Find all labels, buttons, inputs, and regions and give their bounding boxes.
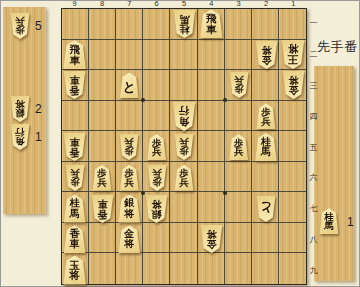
board-cell[interactable] xyxy=(252,70,279,101)
board-cell[interactable] xyxy=(252,162,279,193)
shogi-piece-gote[interactable]: 角行 xyxy=(10,124,30,150)
piece-kanji: 馬 xyxy=(70,209,80,219)
piece-kanji: 将 xyxy=(124,239,134,249)
board-cell[interactable] xyxy=(89,101,116,132)
board-cell[interactable] xyxy=(116,40,143,71)
piece-kanji: 馬 xyxy=(179,14,189,24)
board-cell[interactable] xyxy=(62,9,89,40)
file-label: 5 xyxy=(170,0,197,8)
piece-kanji: 銀 xyxy=(152,208,162,218)
shogi-piece-gote[interactable]: 歩兵 xyxy=(174,134,194,160)
piece-kanji: 車 xyxy=(70,137,80,147)
piece-kanji: 歩 xyxy=(70,177,80,187)
sente-hand-count: 1 xyxy=(347,215,354,229)
board-cell[interactable] xyxy=(116,9,143,40)
shogi-piece-sente[interactable]: 歩兵 xyxy=(174,165,194,191)
rank-label: 九 xyxy=(308,265,319,276)
piece-kanji: 兵 xyxy=(97,178,107,188)
board-cell[interactable] xyxy=(225,253,252,284)
file-label: 8 xyxy=(88,0,115,8)
shogi-piece-gote[interactable]: 金将 xyxy=(282,71,305,99)
board-cell[interactable] xyxy=(225,40,252,71)
piece-kanji: 角 xyxy=(15,137,25,147)
piece-kanji: 香 xyxy=(70,147,80,157)
board-cell[interactable] xyxy=(89,223,116,254)
piece-kanji: 金 xyxy=(261,55,271,65)
board-cell[interactable] xyxy=(143,223,170,254)
board-cell[interactable] xyxy=(62,101,89,132)
rank-label: 六 xyxy=(308,172,319,183)
piece-kanji: 将 xyxy=(261,44,271,54)
board-cell[interactable] xyxy=(279,192,306,223)
board-cell[interactable] xyxy=(170,70,197,101)
piece-kanji: 将 xyxy=(152,198,162,208)
piece-kanji: 兵 xyxy=(152,168,162,178)
piece-kanji: 金 xyxy=(288,85,298,95)
file-label: 1 xyxy=(280,0,307,8)
piece-kanji: 車 xyxy=(97,198,107,208)
shogi-piece-sente[interactable]: 桂馬 xyxy=(319,208,339,234)
shogi-piece-gote[interactable]: 金将 xyxy=(200,225,223,253)
board-cell[interactable] xyxy=(225,223,252,254)
shogi-piece-gote[interactable]: 王将 xyxy=(281,40,305,69)
board-cell[interactable] xyxy=(116,101,143,132)
board-cell[interactable] xyxy=(279,131,306,162)
shogi-piece-gote[interactable]: 金将 xyxy=(255,41,278,69)
shogi-piece-sente[interactable]: と xyxy=(119,72,139,98)
board-cell[interactable] xyxy=(89,70,116,101)
piece-kanji: 馬 xyxy=(324,221,334,231)
file-label: 6 xyxy=(143,0,170,8)
rank-label: 七 xyxy=(308,203,319,214)
board-cell[interactable] xyxy=(116,253,143,284)
piece-kanji: 兵 xyxy=(70,168,80,178)
piece-kanji: 金 xyxy=(206,239,216,249)
gote-hand-count: 1 xyxy=(35,130,42,144)
piece-kanji: 兵 xyxy=(261,117,271,127)
piece-kanji: 王 xyxy=(288,54,299,65)
board-cell[interactable] xyxy=(225,101,252,132)
piece-kanji: 歩 xyxy=(234,85,244,95)
piece-kanji: 兵 xyxy=(15,16,25,26)
board-cell[interactable] xyxy=(279,223,306,254)
board-cell[interactable] xyxy=(279,101,306,132)
shogi-piece-gote[interactable]: 歩兵 xyxy=(10,13,30,39)
shogi-piece-sente[interactable]: 歩兵 xyxy=(147,134,167,160)
shogi-piece-sente[interactable]: 歩兵 xyxy=(92,165,112,191)
board-cell[interactable] xyxy=(89,40,116,71)
shogi-piece-sente[interactable]: 歩兵 xyxy=(119,165,139,191)
piece-kanji: 兵 xyxy=(234,147,244,157)
file-label: 2 xyxy=(252,0,279,8)
piece-kanji: 歩 xyxy=(125,147,135,157)
shogi-app: 先手番 987654321一二三四五六七八九桂馬飛車飛車金将王将香車と歩兵金将角… xyxy=(0,0,360,287)
rank-label: 五 xyxy=(308,142,319,153)
board-cell[interactable] xyxy=(143,9,170,40)
shogi-piece-sente[interactable]: 香車 xyxy=(63,225,86,253)
piece-kanji: と xyxy=(259,201,272,214)
piece-kanji: 歩 xyxy=(179,147,189,157)
piece-kanji: 行 xyxy=(15,127,25,137)
shogi-piece-sente[interactable]: 桂馬 xyxy=(255,133,278,161)
board-cell[interactable] xyxy=(252,223,279,254)
board-cell[interactable] xyxy=(89,9,116,40)
shogi-piece-gote[interactable]: 歩兵 xyxy=(119,134,139,160)
shogi-piece-sente[interactable]: 歩兵 xyxy=(229,134,249,160)
piece-kanji: 兵 xyxy=(125,137,135,147)
piece-kanji: と xyxy=(123,80,136,93)
piece-kanji: 行 xyxy=(179,105,190,116)
gote-hand-count: 5 xyxy=(35,19,42,33)
piece-kanji: 兵 xyxy=(179,137,189,147)
file-label: 7 xyxy=(116,0,143,8)
rank-label: 三 xyxy=(308,80,319,91)
gote-hand-count: 2 xyxy=(35,102,42,116)
piece-kanji: 香 xyxy=(70,85,80,95)
piece-kanji: 歩 xyxy=(152,177,162,187)
turn-indicator: 先手番 xyxy=(317,38,358,56)
shogi-piece-gote[interactable]: 歩兵 xyxy=(147,165,167,191)
shogi-piece-sente[interactable]: 玉将 xyxy=(63,256,87,285)
shogi-piece-gote[interactable]: 桂馬 xyxy=(173,10,196,38)
board-cell[interactable] xyxy=(143,253,170,284)
rank-label: 一 xyxy=(308,18,319,29)
piece-kanji: 馬 xyxy=(261,147,271,157)
piece-kanji: 車 xyxy=(70,239,80,249)
board-cell[interactable] xyxy=(279,253,306,284)
board-cell[interactable] xyxy=(170,192,197,223)
shogi-piece-gote[interactable]: 歩兵 xyxy=(65,165,85,191)
piece-kanji: 車 xyxy=(206,24,217,35)
board-cell[interactable] xyxy=(198,131,225,162)
board-cell[interactable] xyxy=(225,162,252,193)
piece-kanji: 桂 xyxy=(179,24,189,34)
piece-kanji: 兵 xyxy=(179,178,189,188)
board-cell[interactable] xyxy=(143,70,170,101)
board-cell[interactable] xyxy=(198,40,225,71)
piece-kanji: 兵 xyxy=(152,147,162,157)
board-cell[interactable] xyxy=(198,253,225,284)
shogi-piece-sente[interactable]: 桂馬 xyxy=(63,195,86,223)
board-cell[interactable] xyxy=(89,253,116,284)
shogi-piece-gote[interactable]: 香車 xyxy=(91,195,114,223)
piece-kanji: 将 xyxy=(288,75,298,85)
piece-kanji: 将 xyxy=(288,44,299,55)
piece-kanji: 香 xyxy=(97,208,107,218)
piece-kanji: 兵 xyxy=(125,178,135,188)
shogi-piece-sente[interactable]: 飛車 xyxy=(199,9,223,38)
shogi-piece-gote[interactable]: 銀将 xyxy=(10,96,30,122)
piece-kanji: 銀 xyxy=(15,109,25,119)
board-cell[interactable] xyxy=(225,9,252,40)
piece-kanji: 歩 xyxy=(15,26,25,36)
board-cell[interactable] xyxy=(170,223,197,254)
board-cell[interactable] xyxy=(225,192,252,223)
board-cell[interactable] xyxy=(89,131,116,162)
sente-hand-tray xyxy=(314,66,354,281)
board-cell[interactable] xyxy=(198,162,225,193)
piece-kanji: 将 xyxy=(69,270,80,281)
piece-kanji: 兵 xyxy=(234,75,244,85)
board-cell[interactable] xyxy=(170,253,197,284)
hoshi-dot xyxy=(223,98,227,102)
hoshi-dot xyxy=(141,98,145,102)
piece-kanji: 将 xyxy=(124,209,134,219)
board-cell[interactable] xyxy=(198,192,225,223)
board-cell[interactable] xyxy=(143,101,170,132)
shogi-piece-sente[interactable]: 飛車 xyxy=(63,40,87,69)
file-label: 3 xyxy=(225,0,252,8)
shogi-piece-gote[interactable]: と xyxy=(256,196,276,222)
piece-kanji: 将 xyxy=(206,229,216,239)
shogi-piece-gote[interactable]: 歩兵 xyxy=(229,72,249,98)
rank-label: 八 xyxy=(308,234,319,245)
piece-kanji: 車 xyxy=(70,75,80,85)
board-cell[interactable] xyxy=(252,9,279,40)
shogi-piece-gote[interactable]: 香車 xyxy=(63,71,86,99)
rank-label: 四 xyxy=(308,111,319,122)
rank-label: 二 xyxy=(308,49,319,60)
shogi-piece-gote[interactable]: 香車 xyxy=(63,133,86,161)
board-cell[interactable] xyxy=(252,253,279,284)
board-cell[interactable] xyxy=(143,40,170,71)
board-cell[interactable] xyxy=(170,40,197,71)
shogi-piece-sente[interactable]: 歩兵 xyxy=(256,103,276,129)
shogi-piece-gote[interactable]: 角行 xyxy=(172,102,196,131)
piece-kanji: 車 xyxy=(69,55,80,66)
board-cell[interactable] xyxy=(198,70,225,101)
board-cell[interactable] xyxy=(279,162,306,193)
shogi-piece-sente[interactable]: 銀将 xyxy=(118,195,141,223)
board-cell[interactable] xyxy=(198,101,225,132)
piece-kanji: 将 xyxy=(15,99,25,109)
file-label: 4 xyxy=(198,0,225,8)
piece-kanji: 角 xyxy=(179,116,190,127)
shogi-piece-sente[interactable]: 金将 xyxy=(118,225,141,253)
hoshi-dot xyxy=(223,191,227,195)
board-cell[interactable] xyxy=(279,9,306,40)
file-label: 9 xyxy=(61,0,88,8)
shogi-piece-gote[interactable]: 銀将 xyxy=(145,195,168,223)
